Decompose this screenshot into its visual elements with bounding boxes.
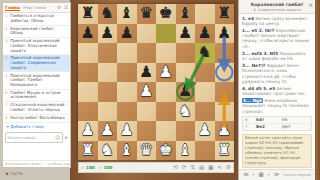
annotation-note: Белые хотят прогнать коня ходом h2–h4–h5… — [242, 134, 312, 168]
white-king-e1[interactable]: ♚ — [156, 141, 176, 161]
chapter-label: Гамбит Муцио и острые осложнения — [10, 91, 65, 100]
square-c8[interactable]: ♝ — [117, 4, 137, 24]
black-queen-d8[interactable]: ♛ — [137, 4, 157, 24]
chapter-label: Принятый королевский гамбит. Классическа… — [10, 39, 65, 53]
move-entry-6: 5... Ng6 Конь надёжно защищает пешку f4 … — [242, 98, 312, 114]
moves-panel: Королевский гамбит 4. Современная защита… — [238, 0, 315, 180]
square-g6[interactable]: ♞ — [195, 43, 215, 63]
square-c1[interactable]: ♝ — [117, 141, 137, 161]
square-f2[interactable] — [176, 121, 196, 141]
square-b6[interactable] — [98, 43, 118, 63]
board-icon[interactable]: ▤ — [199, 165, 204, 171]
variation-row-2[interactable]: 7.Be2Qe7 — [243, 124, 311, 130]
moves-panel-header: Королевский гамбит 4. Современная защита… — [239, 0, 315, 14]
move-entry-2: 1... e5 2. f4!? Королевский гамбит! Белы… — [242, 28, 312, 49]
square-e5[interactable]: ♟ — [156, 63, 176, 83]
move-entry-4: 3... Ne7!? Вариант Бонч-Осмоловского: ко… — [242, 63, 312, 84]
redo-icon[interactable]: ⟳ — [182, 165, 187, 171]
black-pawn-c7[interactable]: ♟ — [117, 24, 137, 44]
variation-white-move[interactable]: Be2 — [254, 124, 280, 130]
chevron-right-icon: › — [66, 103, 68, 108]
chevron-right-icon: › — [66, 39, 68, 44]
current-move[interactable]: 5... Ng6 — [242, 98, 263, 103]
add-chapter-link[interactable]: + Добавить главу — [3, 123, 70, 131]
square-d2[interactable] — [137, 121, 157, 141]
chapter-number: 2. — [5, 27, 9, 31]
square-a7[interactable]: ♟ — [78, 24, 98, 44]
square-c2[interactable]: ♟ — [117, 121, 137, 141]
black-pawn-a7[interactable]: ♟ — [78, 24, 98, 44]
share-icon[interactable]: < — [217, 165, 222, 171]
square-d4[interactable]: ♟ — [137, 82, 157, 102]
square-f3[interactable]: ♞ — [176, 102, 196, 122]
white-knight-f3[interactable]: ♞ — [176, 102, 196, 122]
square-g5[interactable] — [195, 63, 215, 83]
chapter-item-7[interactable]: 7.Отказанный королевский гамбит. Ответы … — [3, 102, 70, 115]
black-pawn-b7[interactable]: ♟ — [98, 24, 118, 44]
black-king-e8[interactable]: ♚ — [156, 4, 176, 24]
next-move-icon[interactable]: › — [268, 172, 270, 178]
square-b5[interactable] — [98, 63, 118, 83]
square-b7[interactable]: ♟ — [98, 24, 118, 44]
square-e6[interactable] — [156, 43, 176, 63]
square-e8[interactable]: ♚ — [156, 4, 176, 24]
square-b1[interactable]: ♞ — [98, 141, 118, 161]
grid-icon[interactable]: ▦ — [208, 165, 213, 171]
black-bishop-c8[interactable]: ♝ — [117, 4, 137, 24]
white-pawn-e5[interactable]: ♟ — [156, 63, 176, 83]
chapter-list: 1.Гамбиты в открытых дебютах. Обзор›2.Ко… — [3, 13, 70, 123]
black-pawn-h7[interactable]: ♟ — [215, 24, 235, 44]
version-label: полная версия — [283, 173, 311, 177]
square-b8[interactable]: ♞ — [98, 4, 118, 24]
black-knight-g6[interactable]: ♞ — [195, 43, 215, 63]
square-b2[interactable]: ♟ — [98, 121, 118, 141]
square-h4[interactable] — [215, 82, 235, 102]
chevron-right-icon: › — [66, 116, 68, 121]
move-token[interactable]: 4. d4 d5 5. e5 — [242, 86, 275, 91]
chapter-item-1[interactable]: 1.Гамбиты в открытых дебютах. Обзор› — [3, 13, 70, 26]
square-b3[interactable] — [98, 102, 118, 122]
square-h2[interactable]: ♟ — [215, 121, 235, 141]
variation-number: 7. — [243, 124, 254, 130]
square-h3[interactable] — [215, 102, 235, 122]
square-g2[interactable]: ♟ — [195, 121, 215, 141]
white-pawn-a2[interactable]: ♟ — [78, 121, 98, 141]
square-a1[interactable]: ♜ — [78, 141, 98, 161]
chapter-label: Отказанный королевский гамбит. Ответы чё… — [10, 103, 65, 112]
square-b4[interactable] — [98, 82, 118, 102]
chevron-right-icon: › — [66, 74, 68, 79]
chapter-number: 4. — [5, 56, 9, 60]
comment-input[interactable]: Комментарий… ☺ — [5, 132, 63, 143]
chapter-number: 3. — [5, 39, 9, 43]
move-token[interactable]: 1... e5 2. f4!? — [242, 28, 274, 33]
board-view-icon[interactable]: ▦ — [259, 172, 264, 178]
square-a5[interactable] — [78, 63, 98, 83]
black-bishop-f8[interactable]: ♝ — [176, 4, 196, 24]
chapter-number: 5. — [5, 74, 9, 78]
square-e2[interactable] — [156, 121, 176, 141]
move-token[interactable]: 1. e4 — [242, 16, 254, 21]
variation-black-move[interactable]: h5 — [280, 117, 311, 123]
square-e3[interactable] — [156, 102, 176, 122]
chapter-label: Гамбиты в открытых дебютах. Обзор — [10, 14, 65, 23]
white-pawn-b2[interactable]: ♟ — [98, 121, 118, 141]
square-c7[interactable]: ♟ — [117, 24, 137, 44]
sidebar-tabs: ГлавыУчастники⚙☰ — [3, 3, 70, 13]
chapter-item-2[interactable]: 2.Королевский гамбит. Обзор› — [3, 26, 70, 39]
chapter-label: Контргамбит Фалькбеера — [10, 116, 65, 121]
wood-background-right — [315, 0, 320, 180]
send-icon[interactable]: ➤ — [64, 135, 68, 140]
chapter-item-3[interactable]: 3.Принятый королевский гамбит. Классичес… — [3, 38, 70, 55]
square-f4[interactable]: ♟ — [176, 82, 196, 102]
square-a2[interactable]: ♟ — [78, 121, 98, 141]
chapter-number: 6. — [5, 91, 9, 95]
user-status[interactable]: ♞ гость — [5, 171, 23, 176]
black-pawn-d5[interactable]: ♟ — [137, 63, 157, 83]
square-c6[interactable] — [117, 43, 137, 63]
square-d1[interactable]: ♛ — [137, 141, 157, 161]
square-g7[interactable]: ♟ — [195, 24, 215, 44]
move-entry-5: 4. d4 d5 5. e5 Белые захватывают простра… — [242, 86, 312, 97]
square-f1[interactable]: ♝ — [176, 141, 196, 161]
prev-move-icon[interactable]: ‹ — [253, 172, 255, 178]
chapters-sidebar: ГлавыУчастники⚙☰ 1.Гамбиты в открытых де… — [2, 2, 71, 168]
chapter-label: Королевский гамбит. Обзор — [10, 27, 65, 36]
white-knight-b1[interactable]: ♞ — [98, 141, 118, 161]
comment-row: Комментарий… ☺ ➤ — [3, 131, 70, 144]
tab-chapters[interactable]: Главы — [5, 5, 20, 11]
square-d7[interactable] — [137, 24, 157, 44]
chapter-item-8[interactable]: 8.Контргамбит Фалькбеера› — [3, 115, 70, 123]
square-f8[interactable]: ♝ — [176, 4, 196, 24]
square-g4[interactable] — [195, 82, 215, 102]
chapter-number: 1. — [5, 14, 9, 18]
chess-board: ♜♞♝♛♚♝♜♟♟♟♟♟♟♞♟♟♟♟♞♟♟♟♟♟♜♞♝♛♚♝♜ — [78, 4, 234, 160]
variation-row-1[interactable]: 6.h4!h5 — [243, 117, 311, 124]
flip-board-icon[interactable]: ⇅ — [190, 165, 195, 171]
square-c3[interactable] — [117, 102, 137, 122]
success-stat-2: ✓ 100 — [99, 165, 113, 170]
chapter-item-4[interactable]: 4.Принятый королевский гамбит. Современн… — [3, 55, 70, 72]
chapter-number: 8. — [5, 116, 9, 120]
square-d3[interactable] — [137, 102, 157, 122]
chevron-right-icon: › — [66, 91, 68, 96]
move-list: 1. e4 Белые сразу начинают борьбу за цен… — [239, 14, 315, 133]
square-h1[interactable]: ♜ — [215, 141, 235, 161]
square-h6[interactable] — [215, 43, 235, 63]
emoji-icon[interactable]: ☺ — [55, 134, 60, 140]
white-pawn-c2[interactable]: ♟ — [117, 121, 137, 141]
chapter-menu-icon[interactable]: ≣ — [309, 2, 313, 8]
chapter-item-5[interactable]: 5.Принятый королевский гамбит. Гамбит Ки… — [3, 72, 70, 89]
board-grid: ♜♞♝♛♚♝♜♟♟♟♟♟♟♞♟♟♟♟♞♟♟♟♟♟♜♞♝♛♚♝♜ — [78, 4, 234, 160]
move-entry-1: 1. e4 Белые сразу начинают борьбу за цен… — [242, 16, 312, 27]
chapter-label: Принятый королевский гамбит. Гамбит Кизе… — [10, 74, 65, 88]
square-g1[interactable] — [195, 141, 215, 161]
square-d8[interactable]: ♛ — [137, 4, 157, 24]
chapter-title: Королевский гамбит — [242, 2, 312, 7]
square-a8[interactable]: ♜ — [78, 4, 98, 24]
white-bishop-f1[interactable]: ♝ — [176, 141, 196, 161]
chevron-right-icon: › — [66, 14, 68, 19]
variation-table: 6.h4!h57.Be2Qe7 — [242, 116, 312, 132]
variation-black-move[interactable]: Qe7 — [280, 124, 311, 130]
square-d6[interactable] — [137, 43, 157, 63]
square-e4[interactable] — [156, 82, 176, 102]
square-e7[interactable] — [156, 24, 176, 44]
white-bishop-c1[interactable]: ♝ — [117, 141, 137, 161]
black-rook-a8[interactable]: ♜ — [78, 4, 98, 24]
moves-toolbar: ≪‹▦›≫полная версия — [239, 169, 315, 180]
variation-white-move[interactable]: h4! — [254, 117, 280, 123]
square-h5[interactable] — [215, 63, 235, 83]
white-pawn-h2[interactable]: ♟ — [215, 121, 235, 141]
square-a6[interactable] — [78, 43, 98, 63]
black-pawn-f4[interactable]: ♟ — [176, 82, 196, 102]
settings-icon[interactable]: ⚙ — [57, 5, 61, 10]
white-queen-d1[interactable]: ♛ — [137, 141, 157, 161]
black-knight-b8[interactable]: ♞ — [98, 4, 118, 24]
chapter-subtitle: 4. Современная защита — [242, 7, 312, 12]
gear-icon[interactable]: ⚙ — [226, 165, 231, 171]
chevron-right-icon: › — [66, 27, 68, 32]
board-toolbar: ✓ 100✓ 100⟲⟳⇅▤▦<⚙ — [78, 162, 234, 173]
square-h8[interactable]: ♜ — [215, 4, 235, 24]
move-entry-3: 2... exf4 3. Nf3 Защищаясь от шаха ферзё… — [242, 51, 312, 62]
black-rook-h8[interactable]: ♜ — [215, 4, 235, 24]
black-pawn-g7[interactable]: ♟ — [195, 24, 215, 44]
chapter-item-6[interactable]: 6.Гамбит Муцио и острые осложнения› — [3, 90, 70, 103]
white-rook-a1[interactable]: ♜ — [78, 141, 98, 161]
undo-icon[interactable]: ⟲ — [173, 165, 178, 171]
comment-placeholder: Комментарий… — [8, 135, 56, 140]
square-a3[interactable] — [78, 102, 98, 122]
last-move-icon[interactable]: ≫ — [274, 172, 280, 178]
square-f6[interactable] — [176, 43, 196, 63]
square-h7[interactable]: ♟ — [215, 24, 235, 44]
chevron-right-icon: › — [66, 56, 68, 61]
white-rook-h1[interactable]: ♜ — [215, 141, 235, 161]
square-a4[interactable] — [78, 82, 98, 102]
white-pawn-g2[interactable]: ♟ — [195, 121, 215, 141]
chapter-label: Принятый королевский гамбит. Современная… — [10, 56, 65, 70]
move-token[interactable]: 2... exf4 3. Nf3 — [242, 51, 278, 56]
square-f5[interactable] — [176, 63, 196, 83]
square-f7[interactable]: ♟ — [176, 24, 196, 44]
square-d5[interactable]: ♟ — [137, 63, 157, 83]
sidebar-footer-text: Королевский гамбит — учебный курс — [3, 160, 70, 167]
square-e1[interactable]: ♚ — [156, 141, 176, 161]
success-stat-1: ✓ 100 — [81, 165, 95, 170]
tab-members[interactable]: Участники — [23, 5, 46, 10]
chapter-number: 7. — [5, 103, 9, 107]
first-move-icon[interactable]: ≪ — [243, 172, 249, 178]
square-c5[interactable] — [117, 63, 137, 83]
white-pawn-d4[interactable]: ♟ — [137, 82, 157, 102]
menu-icon[interactable]: ☰ — [64, 5, 68, 10]
black-pawn-f7[interactable]: ♟ — [176, 24, 196, 44]
move-token[interactable]: 3... Ne7!? — [242, 63, 265, 68]
square-g8[interactable] — [195, 4, 215, 24]
square-g3[interactable] — [195, 102, 215, 122]
square-c4[interactable] — [117, 82, 137, 102]
variation-number: 6. — [243, 117, 254, 123]
